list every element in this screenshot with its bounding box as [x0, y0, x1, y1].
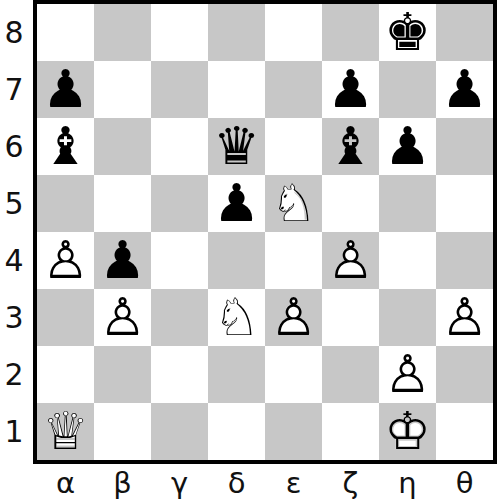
square-g3[interactable]	[379, 289, 436, 346]
chess-diagram: 87654321 ♚♟♟♟♝♛♝♟♟♞♘♟♙♟♟♙♟♙♞♘♟♙♟♙♟♙♛♕♚♔ …	[0, 0, 499, 502]
square-e6[interactable]	[265, 118, 322, 175]
square-a8[interactable]	[37, 4, 94, 61]
square-b3[interactable]: ♟♙	[94, 289, 151, 346]
rank-label: 6	[0, 118, 28, 175]
square-e7[interactable]	[265, 61, 322, 118]
piece-outline: ♙	[265, 289, 322, 346]
black-pawn: ♟	[208, 175, 265, 232]
rank-label: 7	[0, 61, 28, 118]
white-pawn: ♟♙	[265, 289, 322, 346]
rank-label: 5	[0, 175, 28, 232]
black-king: ♚	[379, 4, 436, 61]
square-f3[interactable]	[322, 289, 379, 346]
square-f6[interactable]: ♝	[322, 118, 379, 175]
file-label: θ	[436, 464, 493, 502]
white-queen: ♛♕	[37, 403, 94, 460]
black-bishop: ♝	[37, 118, 94, 175]
file-label: β	[94, 464, 151, 502]
piece-outline: ♙	[322, 232, 379, 289]
square-h1[interactable]	[436, 403, 493, 460]
chess-board: ♚♟♟♟♝♛♝♟♟♞♘♟♙♟♟♙♟♙♞♘♟♙♟♙♟♙♛♕♚♔	[33, 0, 497, 464]
black-queen: ♛	[208, 118, 265, 175]
rank-labels: 87654321	[0, 4, 33, 460]
square-e2[interactable]	[265, 346, 322, 403]
file-label: ε	[265, 464, 322, 502]
square-h6[interactable]	[436, 118, 493, 175]
square-e4[interactable]	[265, 232, 322, 289]
square-d3[interactable]: ♞♘	[208, 289, 265, 346]
white-pawn: ♟♙	[436, 289, 493, 346]
white-knight: ♞♘	[208, 289, 265, 346]
rank-label: 4	[0, 232, 28, 289]
white-knight: ♞♘	[265, 175, 322, 232]
black-pawn: ♟	[379, 118, 436, 175]
square-g5[interactable]	[379, 175, 436, 232]
square-f1[interactable]	[322, 403, 379, 460]
square-c1[interactable]	[151, 403, 208, 460]
file-label: η	[379, 464, 436, 502]
square-d8[interactable]	[208, 4, 265, 61]
square-g1[interactable]: ♚♔	[379, 403, 436, 460]
square-h8[interactable]	[436, 4, 493, 61]
square-c4[interactable]	[151, 232, 208, 289]
piece-outline: ♔	[379, 403, 436, 460]
square-c5[interactable]	[151, 175, 208, 232]
black-pawn: ♟	[322, 61, 379, 118]
rank-label: 2	[0, 346, 28, 403]
rank-label: 8	[0, 4, 28, 61]
square-d5[interactable]: ♟	[208, 175, 265, 232]
square-g7[interactable]	[379, 61, 436, 118]
square-b7[interactable]	[94, 61, 151, 118]
square-g2[interactable]: ♟♙	[379, 346, 436, 403]
square-h2[interactable]	[436, 346, 493, 403]
square-b8[interactable]	[94, 4, 151, 61]
piece-outline: ♙	[436, 289, 493, 346]
piece-outline: ♘	[265, 175, 322, 232]
piece-outline: ♙	[379, 346, 436, 403]
black-pawn: ♟	[94, 232, 151, 289]
square-e5[interactable]: ♞♘	[265, 175, 322, 232]
rank-label: 1	[0, 403, 28, 460]
square-c2[interactable]	[151, 346, 208, 403]
square-f5[interactable]	[322, 175, 379, 232]
file-label: ζ	[322, 464, 379, 502]
square-a3[interactable]	[37, 289, 94, 346]
white-pawn: ♟♙	[94, 289, 151, 346]
file-label: α	[37, 464, 94, 502]
piece-outline: ♙	[94, 289, 151, 346]
black-bishop: ♝	[322, 118, 379, 175]
square-c7[interactable]	[151, 61, 208, 118]
square-f8[interactable]	[322, 4, 379, 61]
file-label: δ	[208, 464, 265, 502]
square-e8[interactable]	[265, 4, 322, 61]
square-b5[interactable]	[94, 175, 151, 232]
piece-outline: ♕	[37, 403, 94, 460]
square-c3[interactable]	[151, 289, 208, 346]
square-h4[interactable]	[436, 232, 493, 289]
black-pawn: ♟	[436, 61, 493, 118]
rank-label: 3	[0, 289, 28, 346]
file-label: γ	[151, 464, 208, 502]
square-f7[interactable]: ♟	[322, 61, 379, 118]
square-a5[interactable]	[37, 175, 94, 232]
square-a1[interactable]: ♛♕	[37, 403, 94, 460]
white-pawn: ♟♙	[379, 346, 436, 403]
square-d7[interactable]	[208, 61, 265, 118]
square-f4[interactable]: ♟♙	[322, 232, 379, 289]
square-a2[interactable]	[37, 346, 94, 403]
square-a4[interactable]: ♟♙	[37, 232, 94, 289]
square-b4[interactable]: ♟	[94, 232, 151, 289]
white-pawn: ♟♙	[37, 232, 94, 289]
square-b6[interactable]	[94, 118, 151, 175]
square-c8[interactable]	[151, 4, 208, 61]
square-g8[interactable]: ♚	[379, 4, 436, 61]
square-g4[interactable]	[379, 232, 436, 289]
file-labels: αβγδεζηθ	[37, 464, 493, 502]
piece-outline: ♘	[208, 289, 265, 346]
square-b1[interactable]	[94, 403, 151, 460]
square-g6[interactable]: ♟	[379, 118, 436, 175]
square-d2[interactable]	[208, 346, 265, 403]
square-c6[interactable]	[151, 118, 208, 175]
piece-outline: ♙	[37, 232, 94, 289]
white-king: ♚♔	[379, 403, 436, 460]
square-f2[interactable]	[322, 346, 379, 403]
black-pawn: ♟	[37, 61, 94, 118]
square-h3[interactable]: ♟♙	[436, 289, 493, 346]
square-a7[interactable]: ♟	[37, 61, 94, 118]
square-b2[interactable]	[94, 346, 151, 403]
square-h5[interactable]	[436, 175, 493, 232]
square-a6[interactable]: ♝	[37, 118, 94, 175]
square-e1[interactable]	[265, 403, 322, 460]
white-pawn: ♟♙	[322, 232, 379, 289]
square-e3[interactable]: ♟♙	[265, 289, 322, 346]
square-d6[interactable]: ♛	[208, 118, 265, 175]
square-d4[interactable]	[208, 232, 265, 289]
square-h7[interactable]: ♟	[436, 61, 493, 118]
square-d1[interactable]	[208, 403, 265, 460]
